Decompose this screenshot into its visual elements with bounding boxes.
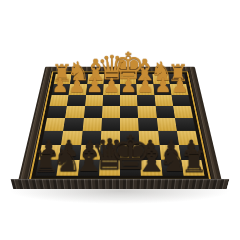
piece-light-pawn[interactable]: ♟ xyxy=(120,76,137,94)
square-r4c1[interactable] xyxy=(47,106,67,118)
square-r3c4[interactable] xyxy=(102,94,120,105)
square-r5c2[interactable] xyxy=(63,118,83,131)
board-grid: ♜♞♝♛♚♝♞♜♟♟♟♟♟♟♟♟♟♟♟♟♟♟♟♟♜♞♝♛♚♝♞♜ xyxy=(35,74,204,176)
piece-dark-rook[interactable]: ♜ xyxy=(181,147,207,175)
square-r4c6[interactable] xyxy=(138,106,157,118)
board-inlay-border: ♜♞♝♛♚♝♞♜♟♟♟♟♟♟♟♟♟♟♟♟♟♟♟♟♜♞♝♛♚♝♞♜ xyxy=(29,71,211,180)
piece-light-pawn[interactable]: ♟ xyxy=(154,76,171,94)
piece-light-pawn[interactable]: ♟ xyxy=(103,76,120,94)
piece-light-pawn[interactable]: ♟ xyxy=(52,76,69,94)
square-r5c1[interactable] xyxy=(44,118,65,131)
piece-light-pawn[interactable]: ♟ xyxy=(171,76,188,94)
piece-light-pawn[interactable]: ♟ xyxy=(86,76,103,94)
square-r2c8[interactable]: ♟ xyxy=(170,84,189,95)
square-r4c5[interactable] xyxy=(120,106,138,118)
square-r3c2[interactable] xyxy=(67,94,86,105)
square-r2c2[interactable]: ♟ xyxy=(69,84,87,95)
square-r2c4[interactable]: ♟ xyxy=(103,84,120,95)
square-r4c2[interactable] xyxy=(65,106,84,118)
square-r2c6[interactable]: ♟ xyxy=(137,84,155,95)
piece-dark-rook[interactable]: ♜ xyxy=(33,147,59,175)
piece-light-pawn[interactable]: ♟ xyxy=(69,76,86,94)
piece-dark-king[interactable]: ♚ xyxy=(109,130,152,175)
square-r2c3[interactable]: ♟ xyxy=(86,84,104,95)
square-r4c8[interactable] xyxy=(173,106,193,118)
square-r2c7[interactable]: ♟ xyxy=(153,84,171,95)
product-photo-scene: ♜♞♝♛♚♝♞♜♟♟♟♟♟♟♟♟♟♟♟♟♟♟♟♟♜♞♝♛♚♝♞♜ xyxy=(0,0,240,240)
piece-light-pawn[interactable]: ♟ xyxy=(137,76,154,94)
square-r3c3[interactable] xyxy=(85,94,103,105)
square-r8c2[interactable]: ♞ xyxy=(57,159,80,175)
square-r3c8[interactable] xyxy=(171,94,190,105)
square-r3c1[interactable] xyxy=(49,94,68,105)
square-r3c7[interactable] xyxy=(154,94,173,105)
square-r4c4[interactable] xyxy=(102,106,120,118)
chess-board: ♜♞♝♛♚♝♞♜♟♟♟♟♟♟♟♟♟♟♟♟♟♟♟♟♜♞♝♛♚♝♞♜ xyxy=(16,67,224,189)
square-r3c6[interactable] xyxy=(137,94,155,105)
board-side-edge xyxy=(11,179,230,189)
square-r4c7[interactable] xyxy=(155,106,174,118)
square-r8c8[interactable]: ♜ xyxy=(181,159,205,175)
square-r2c5[interactable]: ♟ xyxy=(120,84,137,95)
square-r3c5[interactable] xyxy=(120,94,138,105)
square-r5c8[interactable] xyxy=(175,118,196,131)
square-r8c1[interactable]: ♜ xyxy=(35,159,59,175)
square-r4c3[interactable] xyxy=(84,106,103,118)
square-r8c5[interactable]: ♚ xyxy=(120,159,141,175)
square-r5c7[interactable] xyxy=(156,118,176,131)
